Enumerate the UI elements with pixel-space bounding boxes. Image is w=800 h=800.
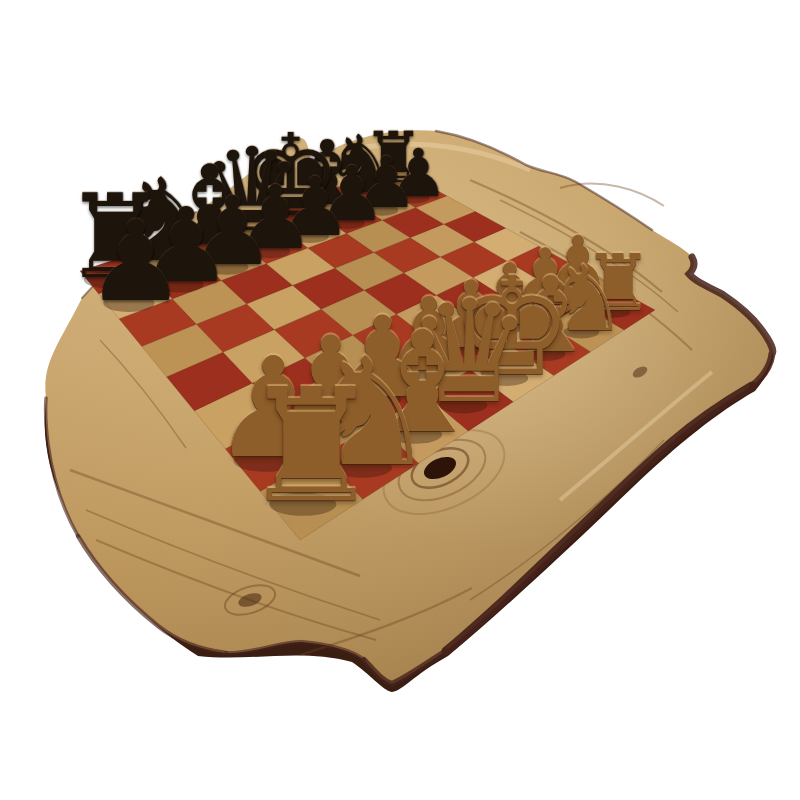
piece-white-rook-a1[interactable]: ♜ xyxy=(241,368,381,525)
chess-photo-scene: ♜♞♟♝♟♚♟♛♟♝♟♞♟♜♟♟♟♟♜♟♞♟♝♟♚♟♛♟♝♟♞♜ xyxy=(0,0,800,800)
piece-black-pawn-a7[interactable]: ♟ xyxy=(85,206,185,318)
pieces-layer: ♜♞♟♝♟♚♟♛♟♝♟♞♟♜♟♟♟♟♜♟♞♟♝♟♚♟♛♟♝♟♞♜ xyxy=(0,0,800,800)
